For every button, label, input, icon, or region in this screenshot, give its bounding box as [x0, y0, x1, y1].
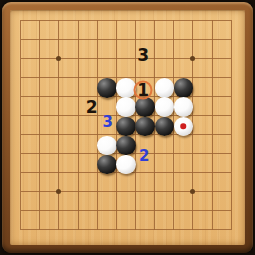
- move-number[interactable]: 1: [137, 81, 149, 98]
- grid-line: [212, 20, 213, 230]
- move-number[interactable]: 3: [137, 46, 149, 63]
- grid-line: [21, 191, 232, 192]
- grid-line: [39, 20, 40, 230]
- white-stone[interactable]: [116, 97, 136, 117]
- move-number[interactable]: 2: [86, 98, 98, 115]
- grid-line: [21, 58, 232, 59]
- last-move-dot: [181, 124, 187, 130]
- black-stone[interactable]: [135, 117, 155, 137]
- white-stone[interactable]: [97, 136, 117, 156]
- move-number[interactable]: 2: [139, 149, 149, 164]
- black-stone[interactable]: [135, 97, 155, 117]
- black-stone[interactable]: [97, 155, 117, 175]
- grid-line: [21, 39, 232, 40]
- grid-line: [78, 20, 79, 230]
- grid-line: [21, 210, 232, 211]
- grid-line: [58, 20, 59, 230]
- move-number[interactable]: 3: [103, 114, 113, 129]
- grid-line: [231, 20, 232, 230]
- white-stone[interactable]: [155, 78, 175, 98]
- grid-line: [21, 20, 232, 21]
- white-stone[interactable]: [174, 97, 194, 117]
- white-stone[interactable]: [155, 97, 175, 117]
- grid-line: [97, 20, 98, 230]
- black-stone[interactable]: [116, 136, 136, 156]
- grid-line: [20, 20, 21, 230]
- grid-line: [21, 229, 232, 230]
- goban[interactable]: 13232: [0, 0, 255, 255]
- black-stone[interactable]: [174, 78, 194, 98]
- white-stone[interactable]: [116, 155, 136, 175]
- black-stone[interactable]: [116, 117, 136, 137]
- black-stone[interactable]: [155, 117, 175, 137]
- black-stone[interactable]: [97, 78, 117, 98]
